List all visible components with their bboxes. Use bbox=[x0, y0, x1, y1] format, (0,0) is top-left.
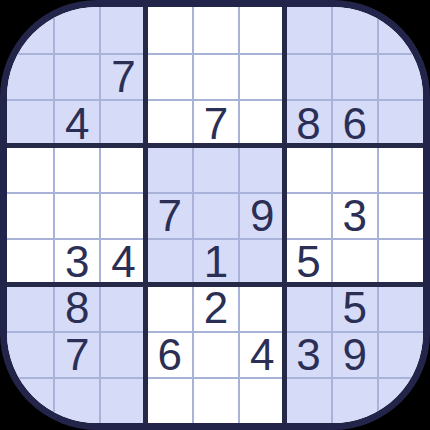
cell-r7c8[interactable]: 5 bbox=[331, 284, 377, 330]
cell-r1c5[interactable] bbox=[192, 7, 238, 53]
cell-r2c4[interactable] bbox=[146, 53, 192, 99]
cell-r3c6[interactable] bbox=[238, 99, 284, 145]
cell-r1c1[interactable] bbox=[7, 7, 53, 53]
cell-r4c1[interactable] bbox=[7, 146, 53, 192]
cell-r9c9[interactable] bbox=[377, 377, 423, 423]
screenshot-root: { "game": "sudoku", "grid_size": 9, "pos… bbox=[0, 0, 430, 430]
cell-r8c4[interactable]: 6 bbox=[146, 331, 192, 377]
given-digit: 5 bbox=[342, 286, 366, 330]
cell-r6c8[interactable] bbox=[331, 238, 377, 284]
cell-r9c5[interactable] bbox=[192, 377, 238, 423]
cell-r3c1[interactable] bbox=[7, 99, 53, 145]
cell-r9c8[interactable] bbox=[331, 377, 377, 423]
given-digit: 1 bbox=[204, 240, 228, 284]
cell-r1c6[interactable] bbox=[238, 7, 284, 53]
cell-r7c5[interactable]: 2 bbox=[192, 284, 238, 330]
given-digit: 5 bbox=[296, 240, 320, 284]
cell-r6c6[interactable] bbox=[238, 238, 284, 284]
cell-r5c3[interactable] bbox=[99, 192, 145, 238]
cell-r7c6[interactable] bbox=[238, 284, 284, 330]
cell-r1c4[interactable] bbox=[146, 7, 192, 53]
given-digit: 4 bbox=[65, 102, 89, 146]
cell-r4c6[interactable] bbox=[238, 146, 284, 192]
cell-r5c8[interactable]: 3 bbox=[331, 192, 377, 238]
cell-r8c9[interactable] bbox=[377, 331, 423, 377]
cell-r3c5[interactable]: 7 bbox=[192, 99, 238, 145]
cell-r4c4[interactable] bbox=[146, 146, 192, 192]
cell-r4c3[interactable] bbox=[99, 146, 145, 192]
cell-r2c5[interactable] bbox=[192, 53, 238, 99]
given-digit: 4 bbox=[111, 240, 135, 284]
cell-r7c7[interactable] bbox=[284, 284, 330, 330]
given-digit: 7 bbox=[65, 333, 89, 377]
given-digit: 4 bbox=[250, 333, 274, 377]
cell-r2c3[interactable]: 7 bbox=[99, 53, 145, 99]
cell-r3c7[interactable]: 8 bbox=[284, 99, 330, 145]
cell-r5c2[interactable] bbox=[53, 192, 99, 238]
given-digit: 7 bbox=[204, 102, 228, 146]
given-digit: 7 bbox=[158, 194, 182, 238]
block-separator-horizontal-1 bbox=[7, 143, 423, 148]
given-digit: 3 bbox=[296, 333, 320, 377]
cell-r7c1[interactable] bbox=[7, 284, 53, 330]
cell-r8c6[interactable]: 4 bbox=[238, 331, 284, 377]
cell-r9c6[interactable] bbox=[238, 377, 284, 423]
cell-r1c2[interactable] bbox=[53, 7, 99, 53]
cell-r2c1[interactable] bbox=[7, 53, 53, 99]
cell-r2c2[interactable] bbox=[53, 53, 99, 99]
cell-r1c7[interactable] bbox=[284, 7, 330, 53]
cell-r5c9[interactable] bbox=[377, 192, 423, 238]
cell-r6c5[interactable]: 1 bbox=[192, 238, 238, 284]
cell-r4c9[interactable] bbox=[377, 146, 423, 192]
cell-r3c9[interactable] bbox=[377, 99, 423, 145]
cell-r5c6[interactable]: 9 bbox=[238, 192, 284, 238]
block-separator-vertical-1 bbox=[143, 7, 148, 423]
cell-r8c2[interactable]: 7 bbox=[53, 331, 99, 377]
cell-r9c4[interactable] bbox=[146, 377, 192, 423]
cell-r6c2[interactable]: 3 bbox=[53, 238, 99, 284]
cell-r2c7[interactable] bbox=[284, 53, 330, 99]
cell-r4c8[interactable] bbox=[331, 146, 377, 192]
given-digit: 3 bbox=[65, 240, 89, 284]
cell-r7c4[interactable] bbox=[146, 284, 192, 330]
given-digit: 6 bbox=[342, 102, 366, 146]
cell-r4c5[interactable] bbox=[192, 146, 238, 192]
given-digit: 8 bbox=[65, 286, 89, 330]
cell-r8c3[interactable] bbox=[99, 331, 145, 377]
cell-r9c3[interactable] bbox=[99, 377, 145, 423]
cell-r5c1[interactable] bbox=[7, 192, 53, 238]
cell-r1c3[interactable] bbox=[99, 7, 145, 53]
cell-r9c2[interactable] bbox=[53, 377, 99, 423]
given-digit: 9 bbox=[250, 194, 274, 238]
given-digit: 8 bbox=[296, 102, 320, 146]
cell-r2c8[interactable] bbox=[331, 53, 377, 99]
cell-r8c5[interactable] bbox=[192, 331, 238, 377]
cell-r8c1[interactable] bbox=[7, 331, 53, 377]
cell-r3c4[interactable] bbox=[146, 99, 192, 145]
cell-r7c9[interactable] bbox=[377, 284, 423, 330]
cell-r6c7[interactable]: 5 bbox=[284, 238, 330, 284]
given-digit: 2 bbox=[204, 286, 228, 330]
cell-r6c4[interactable] bbox=[146, 238, 192, 284]
cell-r5c7[interactable] bbox=[284, 192, 330, 238]
cell-r9c7[interactable] bbox=[284, 377, 330, 423]
cell-r7c2[interactable]: 8 bbox=[53, 284, 99, 330]
given-digit: 6 bbox=[158, 333, 182, 377]
block-separator-horizontal-2 bbox=[7, 282, 423, 287]
given-digit: 7 bbox=[111, 55, 135, 99]
cell-r4c2[interactable] bbox=[53, 146, 99, 192]
cell-r9c1[interactable] bbox=[7, 377, 53, 423]
cell-r8c7[interactable]: 3 bbox=[284, 331, 330, 377]
cell-r6c1[interactable] bbox=[7, 238, 53, 284]
cell-r6c9[interactable] bbox=[377, 238, 423, 284]
sudoku-grid[interactable]: 74786793341582576439 bbox=[7, 7, 423, 423]
cell-r2c6[interactable] bbox=[238, 53, 284, 99]
cell-r8c8[interactable]: 9 bbox=[331, 331, 377, 377]
given-digit: 3 bbox=[342, 194, 366, 238]
cell-r6c3[interactable]: 4 bbox=[99, 238, 145, 284]
cell-r4c7[interactable] bbox=[284, 146, 330, 192]
cell-r3c8[interactable]: 6 bbox=[331, 99, 377, 145]
block-separator-vertical-2 bbox=[282, 7, 287, 423]
cell-r5c5[interactable] bbox=[192, 192, 238, 238]
cell-r7c3[interactable] bbox=[99, 284, 145, 330]
given-digit: 9 bbox=[342, 333, 366, 377]
cell-r2c9[interactable] bbox=[377, 53, 423, 99]
cell-r3c3[interactable] bbox=[99, 99, 145, 145]
cell-r1c9[interactable] bbox=[377, 7, 423, 53]
cell-r1c8[interactable] bbox=[331, 7, 377, 53]
cell-r5c4[interactable]: 7 bbox=[146, 192, 192, 238]
cell-r3c2[interactable]: 4 bbox=[53, 99, 99, 145]
sudoku-board: 74786793341582576439 bbox=[0, 0, 430, 430]
